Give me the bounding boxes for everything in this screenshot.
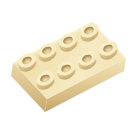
stud-front-3	[78, 52, 97, 69]
stud-back-1	[18, 54, 37, 71]
product-photo-background	[0, 0, 135, 135]
stud-back-2	[38, 44, 57, 61]
duplo-plate	[0, 0, 135, 135]
stud-back-3	[59, 34, 78, 51]
stud-front-2	[57, 62, 76, 79]
stud-front-4	[99, 42, 118, 59]
stud-back-4	[80, 24, 99, 41]
stud-front-1	[36, 72, 55, 89]
